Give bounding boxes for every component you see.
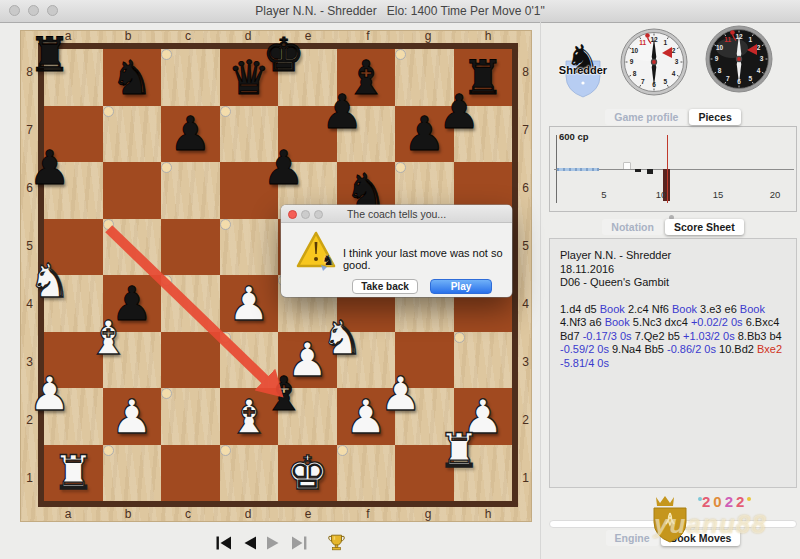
square-a8[interactable]: ♜ — [44, 49, 55, 60]
rank-label-6: 6 — [518, 159, 533, 217]
score-players: Player N.N. - Shredder — [560, 249, 788, 263]
tab-pieces[interactable]: Pieces — [689, 109, 740, 125]
panel-divider — [540, 22, 541, 559]
close-window-button[interactable] — [9, 5, 20, 16]
coach-dialog: The coach tells you... ♞ I think your la… — [281, 205, 512, 297]
file-label-h: h — [458, 30, 518, 43]
square-b5[interactable] — [103, 219, 114, 230]
eval-bar-move-7 — [624, 163, 630, 169]
file-label-g: g — [398, 508, 458, 522]
panel-slider-knob[interactable] — [669, 522, 674, 527]
window-title: Player N.N. - Shredder Elo: 1400 Time Pe… — [255, 4, 544, 18]
coach-dialog-title: The coach tells you... — [347, 208, 446, 220]
white-pawn-b2[interactable]: ♟ — [111, 393, 153, 440]
eval-bar-move-8 — [635, 169, 641, 172]
white-bishop-b3[interactable]: ♝ — [87, 314, 129, 361]
black-clock: 123456789101112 — [704, 24, 774, 94]
black-pawn-h7[interactable]: ♟ — [438, 88, 480, 135]
zoom-window-button[interactable] — [47, 5, 58, 16]
san-token[interactable]: -0.86/2 0s — [667, 343, 719, 355]
san-token[interactable]: -0.17/3 0s — [583, 330, 635, 342]
white-clock: 123456789101112 — [619, 27, 689, 97]
dialog-minimize-button — [301, 210, 310, 219]
file-label-c: c — [158, 508, 218, 522]
white-rook-a1[interactable]: ♜ — [52, 449, 94, 496]
watermark-year: 2022 — [698, 493, 751, 510]
square-h7[interactable]: ♟ — [454, 106, 465, 117]
score-date: 18.11.2016 — [560, 263, 788, 277]
svg-text:4: 4 — [757, 67, 761, 74]
square-f7[interactable]: ♟ — [337, 106, 348, 117]
white-pawn-g2[interactable]: ♟ — [379, 370, 421, 417]
take-back-button[interactable]: Take back — [352, 279, 418, 294]
square-a2[interactable]: ♟ — [44, 388, 55, 399]
file-labels-bottom: abcdefgh — [38, 508, 518, 522]
svg-text:2: 2 — [757, 44, 761, 51]
file-label-f: f — [338, 508, 398, 522]
san-token[interactable]: Bxe2 — [757, 343, 782, 355]
svg-text:11: 11 — [724, 36, 731, 43]
san-token[interactable]: Book — [740, 303, 765, 315]
svg-text:10: 10 — [716, 44, 724, 51]
square-d5[interactable] — [220, 219, 231, 230]
square-b1[interactable] — [103, 445, 114, 456]
svg-text:7: 7 — [726, 75, 730, 82]
black-pawn-c7[interactable]: ♟ — [169, 110, 211, 157]
shredder-logo-text: Shredder — [552, 64, 614, 76]
square-e6[interactable]: ♟ — [278, 162, 289, 173]
svg-text:5: 5 — [663, 78, 667, 85]
step-back-button[interactable] — [242, 536, 257, 550]
square-c7[interactable]: ♟ — [161, 106, 220, 163]
san-token[interactable]: +1.03/2 0s — [683, 330, 738, 342]
tab-engine[interactable]: Engine — [606, 530, 659, 546]
svg-text:9: 9 — [715, 55, 719, 62]
san-token[interactable]: 5.Nc3 dxc4 — [633, 316, 691, 328]
svg-text:10: 10 — [631, 47, 639, 54]
square-a1[interactable]: ♜ — [44, 445, 103, 502]
square-a4[interactable]: ♞ — [44, 275, 55, 286]
svg-text:2: 2 — [672, 47, 676, 54]
rank-label-1: 1 — [21, 449, 38, 507]
play-button[interactable]: Play — [430, 279, 492, 294]
file-label-c: c — [158, 30, 218, 43]
svg-text:8: 8 — [633, 70, 637, 77]
san-token[interactable]: 8.Bb3 b4 — [738, 330, 782, 342]
square-f3[interactable]: ♞ — [337, 332, 348, 343]
square-b2[interactable]: ♟ — [103, 388, 162, 445]
svg-text:5: 5 — [748, 75, 752, 82]
square-c3[interactable] — [161, 332, 220, 389]
go-to-start-button[interactable] — [215, 536, 233, 550]
square-d7[interactable] — [220, 106, 231, 117]
graph-tick-10: 10 — [651, 189, 671, 200]
graph-scale-label: 600 cp — [559, 131, 589, 142]
san-token[interactable]: 3.e3 e6 — [700, 303, 740, 315]
tab-score-sheet[interactable]: Score Sheet — [665, 219, 744, 235]
file-label-b: b — [98, 508, 158, 522]
rank-label-8: 8 — [518, 43, 533, 101]
san-token[interactable]: 10.Bd2 — [719, 343, 757, 355]
score-move-list[interactable]: 1.d4 d5 Book 2.c4 Nf6 Book 3.e3 e6 Book … — [560, 303, 788, 371]
white-king-e1[interactable]: ♚ — [286, 449, 328, 496]
evaluation-graph[interactable]: 5101520 600 cp — [549, 126, 797, 212]
svg-text:9: 9 — [630, 58, 634, 65]
svg-text:3: 3 — [760, 55, 764, 62]
svg-text:1: 1 — [663, 39, 667, 46]
file-label-e: e — [278, 508, 338, 522]
square-e1[interactable]: ♚ — [278, 445, 337, 502]
black-king-e8[interactable]: ♚ — [262, 31, 304, 78]
black-pawn-f7[interactable]: ♟ — [321, 88, 363, 135]
square-c4[interactable] — [161, 275, 172, 286]
square-b6[interactable] — [103, 162, 162, 219]
shredder-logo: ♞ Shredder — [552, 34, 614, 108]
san-token[interactable]: -5.81/4 0s — [560, 357, 609, 369]
white-pawn-d4[interactable]: ♟ — [228, 280, 270, 327]
san-token[interactable]: -0.59/2 0s — [560, 343, 612, 355]
black-bishop-e2[interactable]: ♝ — [262, 370, 304, 417]
square-g2[interactable]: ♟ — [395, 388, 406, 399]
go-to-end-button[interactable] — [290, 536, 308, 550]
square-c8[interactable] — [161, 49, 172, 60]
square-c2[interactable] — [161, 388, 172, 399]
graph-tick-20: 20 — [765, 189, 785, 200]
square-c5[interactable] — [161, 219, 220, 276]
svg-text:4: 4 — [672, 70, 676, 77]
window-titlebar: Player N.N. - Shredder Elo: 1400 Time Pe… — [0, 0, 800, 23]
score-opening: D06 - Queen's Gambit — [560, 276, 788, 290]
square-b8[interactable]: ♞ — [103, 49, 162, 106]
square-b7[interactable] — [103, 106, 114, 117]
white-pawn-a2[interactable]: ♟ — [28, 370, 70, 417]
square-g6[interactable] — [395, 162, 406, 173]
san-token[interactable]: 1.d4 d5 — [560, 303, 600, 315]
tab-notation[interactable]: Notation — [602, 219, 663, 235]
san-token[interactable]: 9.Na4 Bb5 — [612, 343, 667, 355]
file-label-a: a — [38, 508, 98, 522]
san-token[interactable]: Book — [605, 316, 633, 328]
svg-text:3: 3 — [675, 58, 679, 65]
move-navigation-bar — [215, 534, 346, 551]
white-knight-f3[interactable]: ♞ — [321, 314, 363, 361]
svg-text:7: 7 — [641, 78, 645, 85]
square-c1[interactable] — [161, 445, 220, 502]
square-e2[interactable]: ♝ — [278, 388, 289, 399]
tab-book-moves[interactable]: Book Moves — [661, 530, 741, 546]
square-e8[interactable]: ♚ — [278, 49, 289, 60]
square-a6[interactable]: ♟ — [44, 162, 55, 173]
black-pawn-e6[interactable]: ♟ — [262, 144, 304, 191]
san-token[interactable]: 7.Qe2 b5 — [635, 330, 683, 342]
san-token[interactable]: 2.c4 Nf6 — [628, 303, 672, 315]
san-token[interactable]: +0.02/2 0s — [691, 316, 746, 328]
tab-game-profile[interactable]: Game profile — [605, 109, 687, 125]
eval-bar-move-9 — [647, 169, 653, 174]
san-token[interactable]: Book — [600, 303, 628, 315]
svg-text:8: 8 — [718, 67, 722, 74]
svg-text:♞: ♞ — [322, 252, 335, 268]
warning-icon: ♞ — [295, 229, 337, 271]
step-forward-button[interactable] — [266, 536, 281, 550]
san-token[interactable]: Book — [672, 303, 700, 315]
rank-label-4: 4 — [518, 275, 533, 333]
white-rook-h1[interactable]: ♜ — [438, 427, 480, 474]
square-d1[interactable] — [220, 445, 231, 456]
svg-text:1: 1 — [748, 36, 752, 43]
black-knight-b8[interactable]: ♞ — [111, 54, 153, 101]
trophy-icon[interactable] — [327, 534, 346, 551]
square-d4[interactable]: ♟ — [220, 275, 279, 332]
rank-label-3: 3 — [518, 333, 533, 391]
graph-tick-15: 15 — [708, 189, 728, 200]
minimize-window-button[interactable] — [28, 5, 39, 16]
file-label-d: d — [218, 508, 278, 522]
file-label-b: b — [98, 30, 158, 43]
square-f1[interactable] — [337, 445, 348, 456]
graph-tick-5: 5 — [594, 189, 614, 200]
coach-message: I think your last move was not so good. — [343, 247, 505, 271]
san-token[interactable]: 4.Nf3 a6 — [560, 316, 605, 328]
rank-label-2: 2 — [518, 391, 533, 449]
file-label-g: g — [398, 30, 458, 43]
dialog-zoom-button — [314, 210, 323, 219]
panel-slider[interactable] — [549, 520, 797, 528]
profile-pieces-tabs: Game profile Pieces — [549, 109, 797, 125]
black-rook-a8[interactable]: ♜ — [28, 31, 70, 78]
dialog-close-button[interactable] — [288, 210, 297, 219]
square-g8[interactable] — [395, 49, 406, 60]
square-h1[interactable]: ♜ — [454, 445, 465, 456]
rank-label-5: 5 — [518, 217, 533, 275]
score-sheet-panel[interactable]: Player N.N. - Shredder 18.11.2016 D06 - … — [549, 238, 797, 488]
engine-book-tabs: Engine Book Moves — [549, 530, 797, 546]
file-label-f: f — [338, 30, 398, 43]
rank-label-1: 1 — [518, 449, 533, 507]
notation-scoresheet-tabs: Notation Score Sheet — [549, 219, 797, 235]
square-c6[interactable] — [161, 162, 172, 173]
square-d3[interactable] — [220, 332, 231, 343]
square-b3[interactable]: ♝ — [103, 332, 114, 343]
white-knight-a4[interactable]: ♞ — [28, 257, 70, 304]
square-h3[interactable] — [454, 332, 465, 343]
black-pawn-a6[interactable]: ♟ — [28, 144, 70, 191]
file-label-h: h — [458, 508, 518, 522]
svg-text:11: 11 — [639, 39, 646, 46]
rank-labels-right: 87654321 — [518, 43, 533, 507]
rank-label-7: 7 — [518, 101, 533, 159]
